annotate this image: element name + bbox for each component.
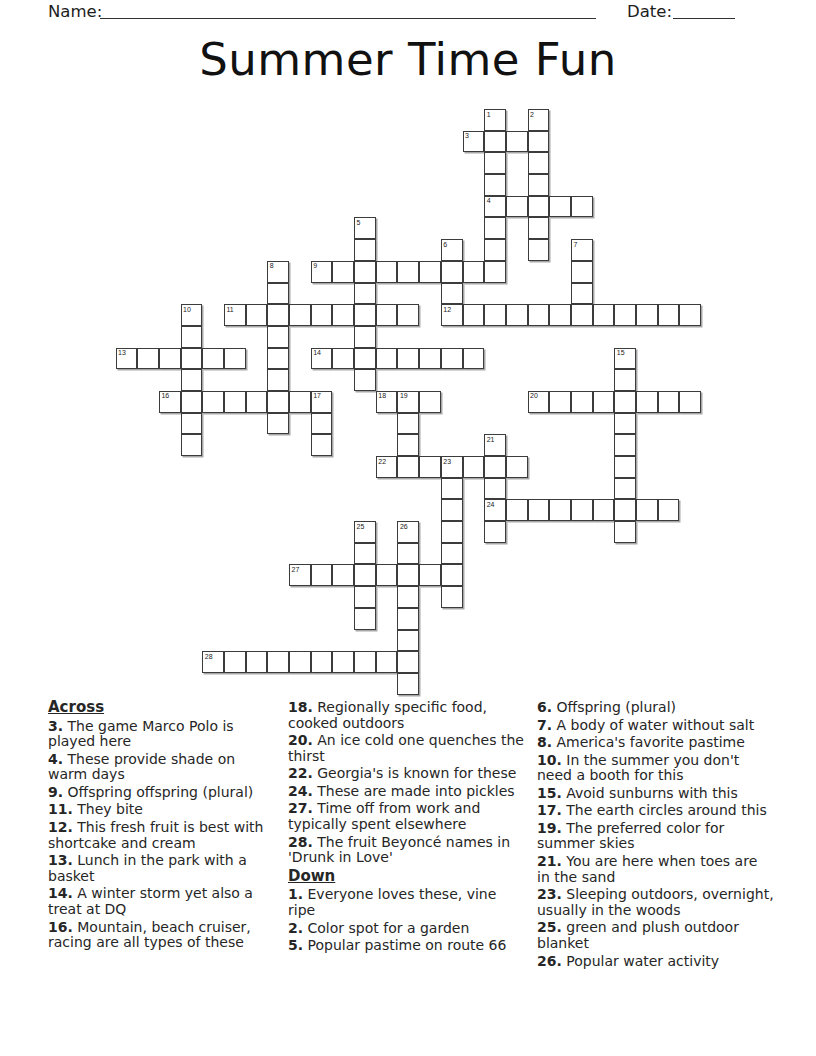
grid-cell xyxy=(332,651,354,673)
grid-cell xyxy=(463,348,485,370)
cell-number: 19 xyxy=(400,392,408,400)
grid-cell xyxy=(441,564,463,586)
grid-cell xyxy=(267,369,289,391)
clue-number: 16. xyxy=(48,919,73,935)
clue-number: 10. xyxy=(537,752,562,768)
grid-cell xyxy=(376,348,398,370)
clue-number: 15. xyxy=(537,785,562,801)
grid-cell xyxy=(441,283,463,305)
grid-cell: 16 xyxy=(159,391,181,413)
grid-cell xyxy=(224,651,246,673)
clue-number: 11. xyxy=(48,801,73,817)
clue: 16. Mountain, beach cruiser, racing are … xyxy=(48,920,292,951)
grid-cell xyxy=(441,499,463,521)
clue: 15. Avoid sunburns with this xyxy=(537,786,785,802)
grid-cell xyxy=(181,434,203,456)
grid-cell xyxy=(571,499,593,521)
grid-cell xyxy=(549,196,571,218)
cell-number: 6 xyxy=(443,241,447,249)
cell-number: 10 xyxy=(183,306,191,314)
grid-cell: 6 xyxy=(441,239,463,261)
grid-cell xyxy=(614,521,636,543)
grid-cell xyxy=(289,391,311,413)
clue-number: 2. xyxy=(288,920,303,936)
clue-number: 21. xyxy=(537,853,562,869)
clue-number: 18. xyxy=(288,699,313,715)
clue-number: 8. xyxy=(537,734,552,750)
grid-cell xyxy=(181,391,203,413)
name-label: Name: xyxy=(48,2,102,21)
grid-cell xyxy=(636,499,658,521)
clue: 7. A body of water without salt xyxy=(537,718,785,734)
cell-number: 2 xyxy=(530,111,534,119)
grid-cell xyxy=(311,651,333,673)
clue: 10. In the summer you don't need a booth… xyxy=(537,753,785,784)
grid-cell xyxy=(159,348,181,370)
grid-cell xyxy=(614,413,636,435)
cell-number: 27 xyxy=(292,566,300,574)
grid-cell: 22 xyxy=(376,456,398,478)
grid-cell: 3 xyxy=(463,131,485,153)
grid-cell xyxy=(528,239,550,261)
grid-cell xyxy=(397,543,419,565)
grid-cell xyxy=(354,283,376,305)
clue-number: 5. xyxy=(288,937,303,953)
grid-cell xyxy=(397,456,419,478)
cell-number: 9 xyxy=(313,262,317,270)
grid-cell xyxy=(332,348,354,370)
grid-cell xyxy=(528,131,550,153)
clue: 11. They bite xyxy=(48,802,292,818)
clue: 21. You are here when toes are in the sa… xyxy=(537,854,785,885)
grid-cell xyxy=(267,304,289,326)
clue-number: 6. xyxy=(537,699,552,715)
grid-cell xyxy=(397,586,419,608)
grid-cell xyxy=(354,564,376,586)
cell-number: 11 xyxy=(226,306,233,314)
grid-cell xyxy=(593,304,615,326)
grid-cell xyxy=(354,239,376,261)
grid-cell xyxy=(484,261,506,283)
grid-cell xyxy=(267,651,289,673)
grid-cell xyxy=(202,391,224,413)
grid-cell xyxy=(397,261,419,283)
grid-cell xyxy=(354,543,376,565)
grid-cell xyxy=(267,283,289,305)
grid-cell xyxy=(202,348,224,370)
cell-number: 25 xyxy=(357,523,365,531)
clue: 25. green and plush outdoor blanket xyxy=(537,920,785,951)
grid-cell xyxy=(332,261,354,283)
cell-number: 16 xyxy=(161,392,169,400)
clue-number: 24. xyxy=(288,783,313,799)
name-blank-line xyxy=(100,18,596,19)
clue: 23. Sleeping outdoors, overnight, usuall… xyxy=(537,887,785,918)
cell-number: 3 xyxy=(465,132,469,140)
cell-number: 5 xyxy=(357,219,361,227)
grid-cell xyxy=(506,131,528,153)
grid-cell xyxy=(311,413,333,435)
grid-cell xyxy=(397,413,419,435)
grid-cell: 18 xyxy=(376,391,398,413)
clue: 12. This fresh fruit is best with shortc… xyxy=(48,820,292,851)
grid-cell xyxy=(614,434,636,456)
grid-cell xyxy=(636,391,658,413)
grid-cell xyxy=(506,196,528,218)
cell-number: 24 xyxy=(487,501,495,509)
clue-number: 3. xyxy=(48,718,63,734)
grid-cell xyxy=(441,521,463,543)
grid-cell: 23 xyxy=(441,456,463,478)
cell-number: 22 xyxy=(378,458,386,466)
grid-cell: 5 xyxy=(354,217,376,239)
cell-number: 1 xyxy=(487,111,491,119)
grid-cell xyxy=(181,369,203,391)
cell-number: 15 xyxy=(617,349,625,357)
grid-cell: 17 xyxy=(311,391,333,413)
clue-number: 22. xyxy=(288,765,313,781)
grid-cell xyxy=(246,304,268,326)
clue: 20. An ice cold one quenches the thirst xyxy=(288,733,538,764)
grid-cell xyxy=(484,456,506,478)
grid-cell xyxy=(506,456,528,478)
grid-cell xyxy=(311,564,333,586)
grid-cell xyxy=(289,304,311,326)
clue: 4. These provide shade on warm days xyxy=(48,752,292,783)
clue-number: 19. xyxy=(537,820,562,836)
grid-cell: 27 xyxy=(289,564,311,586)
grid-cell xyxy=(441,586,463,608)
clue: 5. Popular pastime on route 66 xyxy=(288,938,538,954)
grid-cell xyxy=(181,326,203,348)
grid-cell xyxy=(636,304,658,326)
grid-cell xyxy=(397,564,419,586)
grid-cell xyxy=(528,499,550,521)
grid-cell xyxy=(658,391,680,413)
grid-cell xyxy=(354,304,376,326)
grid-cell: 9 xyxy=(311,261,333,283)
grid-cell xyxy=(506,499,528,521)
grid-cell xyxy=(419,348,441,370)
grid-cell xyxy=(484,478,506,500)
clue-number: 4. xyxy=(48,751,63,767)
grid-cell xyxy=(397,608,419,630)
grid-cell xyxy=(267,391,289,413)
grid-cell xyxy=(463,304,485,326)
grid-cell xyxy=(419,564,441,586)
grid-cell xyxy=(441,261,463,283)
grid-cell: 4 xyxy=(484,196,506,218)
grid-cell xyxy=(593,499,615,521)
grid-cell xyxy=(376,651,398,673)
cell-number: 17 xyxy=(313,392,321,400)
grid-cell xyxy=(289,651,311,673)
grid-cell xyxy=(376,564,398,586)
clue-number: 1. xyxy=(288,886,303,902)
grid-cell xyxy=(267,413,289,435)
grid-cell: 15 xyxy=(614,348,636,370)
clue-number: 23. xyxy=(537,886,562,902)
cell-number: 26 xyxy=(400,523,408,531)
clue-number: 12. xyxy=(48,819,73,835)
grid-cell: 1 xyxy=(484,109,506,131)
grid-cell xyxy=(354,326,376,348)
grid-cell xyxy=(528,217,550,239)
clue: 13. Lunch in the park with a basket xyxy=(48,853,292,884)
grid-cell xyxy=(332,304,354,326)
grid-cell xyxy=(181,348,203,370)
grid-cell xyxy=(463,261,485,283)
grid-cell: 24 xyxy=(484,499,506,521)
clue-section-heading: Down xyxy=(288,868,538,885)
clue-number: 9. xyxy=(48,784,63,800)
grid-cell: 25 xyxy=(354,521,376,543)
grid-cell xyxy=(484,174,506,196)
grid-cell xyxy=(528,174,550,196)
cell-number: 12 xyxy=(443,306,451,314)
clue: 9. Offspring offspring (plural) xyxy=(48,785,292,801)
grid-cell xyxy=(376,261,398,283)
grid-cell xyxy=(311,434,333,456)
cell-number: 23 xyxy=(443,458,451,466)
clue: 2. Color spot for a garden xyxy=(288,921,538,937)
grid-cell xyxy=(419,391,441,413)
grid-cell xyxy=(614,456,636,478)
grid-cell xyxy=(397,630,419,652)
grid-cell xyxy=(441,543,463,565)
clue: 27. Time off from work and typically spe… xyxy=(288,801,538,832)
grid-cell xyxy=(506,304,528,326)
grid-cell: 19 xyxy=(397,391,419,413)
grid-cell xyxy=(679,304,701,326)
clue: 1. Everyone loves these, vine ripe xyxy=(288,887,538,918)
date-label: Date: xyxy=(627,2,672,21)
clue-number: 13. xyxy=(48,852,73,868)
clue-number: 26. xyxy=(537,953,562,969)
cell-number: 7 xyxy=(573,241,577,249)
grid-cell xyxy=(311,304,333,326)
grid-cell xyxy=(593,391,615,413)
grid-cell xyxy=(376,304,398,326)
grid-cell: 13 xyxy=(116,348,138,370)
clue: 18. Regionally specific food, cooked out… xyxy=(288,700,538,731)
grid-cell: 14 xyxy=(311,348,333,370)
cell-number: 28 xyxy=(205,653,213,661)
clue-number: 27. xyxy=(288,800,313,816)
grid-cell: 21 xyxy=(484,434,506,456)
grid-cell xyxy=(419,456,441,478)
grid-cell xyxy=(419,261,441,283)
date-blank-line xyxy=(673,18,735,19)
clue-section-heading: Across xyxy=(48,699,292,716)
cell-number: 20 xyxy=(530,392,538,400)
grid-cell xyxy=(658,304,680,326)
grid-cell xyxy=(484,521,506,543)
clue: 8. America's favorite pastime xyxy=(537,735,785,751)
grid-cell xyxy=(484,304,506,326)
clue-column-3: 6. Offspring (plural)7. A body of water … xyxy=(537,700,785,971)
grid-cell xyxy=(528,152,550,174)
grid-cell xyxy=(614,478,636,500)
grid-cell xyxy=(549,499,571,521)
grid-cell xyxy=(484,152,506,174)
cell-number: 13 xyxy=(118,349,126,357)
grid-cell xyxy=(571,196,593,218)
grid-cell xyxy=(246,391,268,413)
crossword-grid: 1234567891011121314151617181920212223242… xyxy=(116,109,702,695)
grid-cell xyxy=(137,348,159,370)
clue: 3. The game Marco Polo is played here xyxy=(48,719,292,750)
grid-cell xyxy=(528,196,550,218)
clue-column-2: 18. Regionally specific food, cooked out… xyxy=(288,700,538,956)
crossword-worksheet: Name: Date: Summer Time Fun 123456789101… xyxy=(0,0,816,1056)
grid-cell xyxy=(484,131,506,153)
grid-cell xyxy=(614,369,636,391)
clue-number: 28. xyxy=(288,834,313,850)
grid-cell xyxy=(267,326,289,348)
clue: 22. Georgia's is known for these xyxy=(288,766,538,782)
clue: 28. The fruit Beyoncé names in 'Drunk in… xyxy=(288,835,538,866)
grid-cell xyxy=(441,348,463,370)
grid-cell: 7 xyxy=(571,239,593,261)
grid-cell xyxy=(397,651,419,673)
grid-cell xyxy=(614,499,636,521)
grid-cell: 11 xyxy=(224,304,246,326)
grid-cell: 28 xyxy=(202,651,224,673)
clue-number: 25. xyxy=(537,919,562,935)
grid-cell xyxy=(658,499,680,521)
cell-number: 14 xyxy=(313,349,321,357)
grid-cell xyxy=(181,413,203,435)
clue: 17. The earth circles around this xyxy=(537,803,785,819)
grid-cell xyxy=(679,391,701,413)
grid-cell xyxy=(484,217,506,239)
grid-cell xyxy=(224,391,246,413)
grid-cell xyxy=(354,586,376,608)
grid-cell xyxy=(397,673,419,695)
grid-cell xyxy=(354,261,376,283)
clue-number: 7. xyxy=(537,717,552,733)
grid-cell: 2 xyxy=(528,109,550,131)
grid-cell: 26 xyxy=(397,521,419,543)
grid-cell xyxy=(484,239,506,261)
grid-cell xyxy=(571,304,593,326)
clue: 24. These are made into pickles xyxy=(288,784,538,800)
grid-cell xyxy=(397,434,419,456)
grid-cell: 12 xyxy=(441,304,463,326)
grid-cell xyxy=(354,651,376,673)
grid-cell xyxy=(463,456,485,478)
grid-cell xyxy=(614,304,636,326)
clue: 14. A winter storm yet also a treat at D… xyxy=(48,886,292,917)
grid-cell xyxy=(571,283,593,305)
grid-cell: 20 xyxy=(528,391,550,413)
clue-column-1: Across3. The game Marco Polo is played h… xyxy=(48,699,292,953)
grid-cell xyxy=(332,564,354,586)
clue-number: 20. xyxy=(288,732,313,748)
clue: 6. Offspring (plural) xyxy=(537,700,785,716)
cell-number: 21 xyxy=(487,436,495,444)
grid-cell xyxy=(224,348,246,370)
clue-number: 17. xyxy=(537,802,562,818)
grid-cell xyxy=(549,304,571,326)
grid-cell xyxy=(441,478,463,500)
grid-cell xyxy=(397,348,419,370)
grid-cell xyxy=(614,391,636,413)
grid-cell: 10 xyxy=(181,304,203,326)
grid-cell xyxy=(571,261,593,283)
grid-cell xyxy=(397,304,419,326)
grid-cell xyxy=(354,348,376,370)
clue: 19. The preferred color for summer skies xyxy=(537,821,785,852)
grid-cell xyxy=(528,304,550,326)
cell-number: 4 xyxy=(487,197,491,205)
grid-cell xyxy=(571,391,593,413)
grid-cell xyxy=(549,391,571,413)
cell-number: 8 xyxy=(270,262,274,270)
grid-cell xyxy=(354,369,376,391)
cell-number: 18 xyxy=(378,392,386,400)
clue-number: 14. xyxy=(48,885,73,901)
grid-cell xyxy=(246,651,268,673)
puzzle-title: Summer Time Fun xyxy=(0,33,816,86)
grid-cell xyxy=(354,608,376,630)
grid-cell: 8 xyxy=(267,261,289,283)
clue: 26. Popular water activity xyxy=(537,954,785,970)
grid-cell xyxy=(267,348,289,370)
